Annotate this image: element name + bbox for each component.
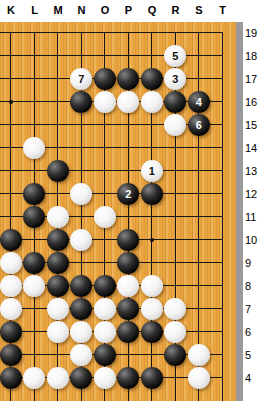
white-stone-R6 bbox=[164, 321, 186, 343]
intersection-T5[interactable] bbox=[211, 343, 235, 366]
intersection-O6[interactable] bbox=[93, 320, 117, 343]
white-stone-Q13: 1 bbox=[141, 160, 163, 182]
intersection-Q9[interactable] bbox=[140, 251, 164, 274]
intersection-O12[interactable] bbox=[93, 182, 117, 205]
black-stone-O5 bbox=[94, 344, 116, 366]
intersection-T9[interactable] bbox=[211, 251, 235, 274]
intersection-N6[interactable] bbox=[70, 320, 94, 343]
intersection-L12[interactable] bbox=[23, 182, 47, 205]
black-stone-M8 bbox=[47, 275, 69, 297]
intersection-O9[interactable] bbox=[93, 251, 117, 274]
intersection-S12[interactable] bbox=[187, 182, 211, 205]
black-stone-S15: 6 bbox=[188, 114, 210, 136]
intersection-M12[interactable] bbox=[46, 182, 70, 205]
intersection-R6[interactable] bbox=[164, 320, 188, 343]
white-stone-O4 bbox=[94, 367, 116, 389]
intersection-S16[interactable]: 4 bbox=[187, 90, 211, 113]
intersection-Q16[interactable] bbox=[140, 90, 164, 113]
intersection-L13[interactable] bbox=[23, 159, 47, 182]
intersection-P8[interactable] bbox=[117, 274, 141, 297]
intersection-T7[interactable] bbox=[211, 297, 235, 320]
intersection-T12[interactable] bbox=[211, 182, 235, 205]
column-label-P: P bbox=[121, 2, 137, 18]
intersection-L19[interactable] bbox=[23, 21, 47, 44]
black-stone-P6 bbox=[117, 321, 139, 343]
white-stone-M11 bbox=[47, 206, 69, 228]
intersection-O11[interactable] bbox=[93, 205, 117, 228]
intersection-P16[interactable] bbox=[117, 90, 141, 113]
black-stone-R16 bbox=[164, 91, 186, 113]
intersection-M19[interactable] bbox=[46, 21, 70, 44]
intersection-S4[interactable] bbox=[187, 366, 211, 389]
white-stone-K7 bbox=[0, 298, 22, 320]
intersection-O17[interactable] bbox=[93, 67, 117, 90]
intersection-Q18[interactable] bbox=[140, 44, 164, 67]
intersection-N19[interactable] bbox=[70, 21, 94, 44]
intersection-S15[interactable]: 6 bbox=[187, 113, 211, 136]
intersection-M16[interactable] bbox=[46, 90, 70, 113]
black-stone-O8 bbox=[94, 275, 116, 297]
white-stone-R7 bbox=[164, 298, 186, 320]
intersection-P6[interactable] bbox=[117, 320, 141, 343]
intersection-Q13[interactable]: 1 bbox=[140, 159, 164, 182]
intersection-R4[interactable] bbox=[164, 366, 188, 389]
intersection-K15[interactable] bbox=[0, 113, 23, 136]
white-stone-R17: 3 bbox=[164, 68, 186, 90]
intersection-K7[interactable] bbox=[0, 297, 23, 320]
intersection-M4[interactable] bbox=[46, 366, 70, 389]
white-stone-L14 bbox=[23, 137, 45, 159]
intersection-L9[interactable] bbox=[23, 251, 47, 274]
board-edge-shadow bbox=[236, 22, 243, 401]
intersection-K12[interactable] bbox=[0, 182, 23, 205]
intersection-N7[interactable] bbox=[70, 297, 94, 320]
intersection-Q12[interactable] bbox=[140, 182, 164, 205]
intersection-R16[interactable] bbox=[164, 90, 188, 113]
intersection-N18[interactable] bbox=[70, 44, 94, 67]
intersection-Q4[interactable] bbox=[140, 366, 164, 389]
black-stone-P9 bbox=[117, 252, 139, 274]
column-label-M: M bbox=[50, 2, 66, 18]
black-stone-O17 bbox=[94, 68, 116, 90]
intersection-Q17[interactable] bbox=[140, 67, 164, 90]
white-stone-Q7 bbox=[141, 298, 163, 320]
intersection-R18[interactable]: 5 bbox=[164, 44, 188, 67]
white-stone-N12 bbox=[70, 183, 92, 205]
intersection-O14[interactable] bbox=[93, 136, 117, 159]
black-stone-N7 bbox=[70, 298, 92, 320]
intersection-R9[interactable] bbox=[164, 251, 188, 274]
intersection-R14[interactable] bbox=[164, 136, 188, 159]
intersection-N5[interactable] bbox=[70, 343, 94, 366]
intersection-K6[interactable] bbox=[0, 320, 23, 343]
white-stone-K8 bbox=[0, 275, 22, 297]
row-label-8: 8 bbox=[245, 279, 260, 293]
row-label-14: 14 bbox=[245, 141, 260, 155]
intersection-L4[interactable] bbox=[23, 366, 47, 389]
intersection-Q8[interactable] bbox=[140, 274, 164, 297]
black-stone-N8 bbox=[70, 275, 92, 297]
intersection-O13[interactable] bbox=[93, 159, 117, 182]
white-stone-P16 bbox=[117, 91, 139, 113]
black-stone-P7 bbox=[117, 298, 139, 320]
white-stone-N10 bbox=[70, 229, 92, 251]
intersection-Q10[interactable] bbox=[140, 228, 164, 251]
row-label-5: 5 bbox=[245, 348, 260, 362]
black-stone-K5 bbox=[0, 344, 22, 366]
go-diagram: 5734612 KLMNOPQRST 191817161514131211109… bbox=[0, 0, 260, 401]
grid-continuation bbox=[117, 389, 141, 401]
intersection-M9[interactable] bbox=[46, 251, 70, 274]
intersection-N8[interactable] bbox=[70, 274, 94, 297]
intersection-N17[interactable]: 7 bbox=[70, 67, 94, 90]
intersection-S11[interactable] bbox=[187, 205, 211, 228]
intersection-Q15[interactable] bbox=[140, 113, 164, 136]
black-stone-M10 bbox=[47, 229, 69, 251]
grid-continuation bbox=[23, 389, 47, 401]
intersection-T14[interactable] bbox=[211, 136, 235, 159]
intersection-S18[interactable] bbox=[187, 44, 211, 67]
white-stone-Q8 bbox=[141, 275, 163, 297]
intersection-M13[interactable] bbox=[46, 159, 70, 182]
row-label-17: 17 bbox=[245, 72, 260, 86]
intersection-N14[interactable] bbox=[70, 136, 94, 159]
white-stone-S4 bbox=[188, 367, 210, 389]
intersection-R19[interactable] bbox=[164, 21, 188, 44]
black-stone-R5 bbox=[164, 344, 186, 366]
intersection-Q5[interactable] bbox=[140, 343, 164, 366]
intersection-M17[interactable] bbox=[46, 67, 70, 90]
intersection-S14[interactable] bbox=[187, 136, 211, 159]
intersection-L18[interactable] bbox=[23, 44, 47, 67]
intersection-K5[interactable] bbox=[0, 343, 23, 366]
intersection-M8[interactable] bbox=[46, 274, 70, 297]
intersection-S5[interactable] bbox=[187, 343, 211, 366]
intersection-T17[interactable] bbox=[211, 67, 235, 90]
row-label-16: 16 bbox=[245, 95, 260, 109]
intersection-T11[interactable] bbox=[211, 205, 235, 228]
intersection-N10[interactable] bbox=[70, 228, 94, 251]
intersection-R11[interactable] bbox=[164, 205, 188, 228]
intersection-R12[interactable] bbox=[164, 182, 188, 205]
intersection-T16[interactable] bbox=[211, 90, 235, 113]
black-stone-K6 bbox=[0, 321, 22, 343]
row-label-11: 11 bbox=[245, 210, 260, 224]
row-label-12: 12 bbox=[245, 187, 260, 201]
row-label-9: 9 bbox=[245, 256, 260, 270]
intersection-R17[interactable]: 3 bbox=[164, 67, 188, 90]
intersection-P12[interactable]: 2 bbox=[117, 182, 141, 205]
white-stone-R15 bbox=[164, 114, 186, 136]
intersection-T4[interactable] bbox=[211, 366, 235, 389]
black-stone-P17 bbox=[117, 68, 139, 90]
intersection-O5[interactable] bbox=[93, 343, 117, 366]
white-stone-Q16 bbox=[141, 91, 163, 113]
intersection-P18[interactable] bbox=[117, 44, 141, 67]
intersection-L15[interactable] bbox=[23, 113, 47, 136]
intersection-K14[interactable] bbox=[0, 136, 23, 159]
intersection-P11[interactable] bbox=[117, 205, 141, 228]
intersection-O10[interactable] bbox=[93, 228, 117, 251]
go-board[interactable]: 5734612 bbox=[0, 21, 234, 401]
intersection-K10[interactable] bbox=[0, 228, 23, 251]
intersection-N11[interactable] bbox=[70, 205, 94, 228]
black-stone-Q12 bbox=[141, 183, 163, 205]
white-stone-M4 bbox=[47, 367, 69, 389]
intersection-L5[interactable] bbox=[23, 343, 47, 366]
black-stone-N16 bbox=[70, 91, 92, 113]
intersection-Q11[interactable] bbox=[140, 205, 164, 228]
intersection-S19[interactable] bbox=[187, 21, 211, 44]
black-stone-P10 bbox=[117, 229, 139, 251]
star-point-K16 bbox=[9, 100, 13, 104]
intersection-S9[interactable] bbox=[187, 251, 211, 274]
intersection-L16[interactable] bbox=[23, 90, 47, 113]
intersection-M6[interactable] bbox=[46, 320, 70, 343]
column-label-N: N bbox=[74, 2, 90, 18]
intersection-P9[interactable] bbox=[117, 251, 141, 274]
black-stone-P4 bbox=[117, 367, 139, 389]
intersection-T13[interactable] bbox=[211, 159, 235, 182]
intersection-T8[interactable] bbox=[211, 274, 235, 297]
grid-continuation bbox=[187, 389, 211, 401]
intersection-T18[interactable] bbox=[211, 44, 235, 67]
intersection-O16[interactable] bbox=[93, 90, 117, 113]
grid-continuation bbox=[140, 389, 164, 401]
grid-continuation bbox=[93, 389, 117, 401]
intersection-T15[interactable] bbox=[211, 113, 235, 136]
black-stone-Q4 bbox=[141, 367, 163, 389]
intersection-N9[interactable] bbox=[70, 251, 94, 274]
intersection-L6[interactable] bbox=[23, 320, 47, 343]
intersection-Q6[interactable] bbox=[140, 320, 164, 343]
row-label-13: 13 bbox=[245, 164, 260, 178]
grid-continuation bbox=[164, 389, 188, 401]
white-stone-K9 bbox=[0, 252, 22, 274]
intersection-M15[interactable] bbox=[46, 113, 70, 136]
intersection-S6[interactable] bbox=[187, 320, 211, 343]
intersection-T19[interactable] bbox=[211, 21, 235, 44]
intersection-R13[interactable] bbox=[164, 159, 188, 182]
black-stone-L11 bbox=[23, 206, 45, 228]
black-stone-L9 bbox=[23, 252, 45, 274]
intersection-M18[interactable] bbox=[46, 44, 70, 67]
intersection-O18[interactable] bbox=[93, 44, 117, 67]
column-label-T: T bbox=[215, 2, 231, 18]
black-stone-K10 bbox=[0, 229, 22, 251]
grid-continuation bbox=[46, 389, 70, 401]
black-stone-Q6 bbox=[141, 321, 163, 343]
intersection-K19[interactable] bbox=[0, 21, 23, 44]
intersection-T10[interactable] bbox=[211, 228, 235, 251]
intersection-S10[interactable] bbox=[187, 228, 211, 251]
intersection-R10[interactable] bbox=[164, 228, 188, 251]
intersection-Q19[interactable] bbox=[140, 21, 164, 44]
intersection-P10[interactable] bbox=[117, 228, 141, 251]
intersection-P17[interactable] bbox=[117, 67, 141, 90]
white-stone-N5 bbox=[70, 344, 92, 366]
white-stone-M7 bbox=[47, 298, 69, 320]
white-stone-P8 bbox=[117, 275, 139, 297]
intersection-S7[interactable] bbox=[187, 297, 211, 320]
white-stone-L8 bbox=[23, 275, 45, 297]
intersection-P14[interactable] bbox=[117, 136, 141, 159]
intersection-L8[interactable] bbox=[23, 274, 47, 297]
white-stone-S5 bbox=[188, 344, 210, 366]
white-stone-N6 bbox=[70, 321, 92, 343]
row-label-15: 15 bbox=[245, 118, 260, 132]
intersection-P7[interactable] bbox=[117, 297, 141, 320]
intersection-O8[interactable] bbox=[93, 274, 117, 297]
intersection-K11[interactable] bbox=[0, 205, 23, 228]
intersection-L10[interactable] bbox=[23, 228, 47, 251]
intersection-K8[interactable] bbox=[0, 274, 23, 297]
intersection-R5[interactable] bbox=[164, 343, 188, 366]
intersection-P15[interactable] bbox=[117, 113, 141, 136]
white-stone-O7 bbox=[94, 298, 116, 320]
intersection-N13[interactable] bbox=[70, 159, 94, 182]
column-label-Q: Q bbox=[144, 2, 160, 18]
intersection-N15[interactable] bbox=[70, 113, 94, 136]
intersection-R7[interactable] bbox=[164, 297, 188, 320]
intersection-M10[interactable] bbox=[46, 228, 70, 251]
white-stone-R18: 5 bbox=[164, 45, 186, 67]
grid-continuation bbox=[211, 389, 235, 401]
intersection-K18[interactable] bbox=[0, 44, 23, 67]
intersection-M7[interactable] bbox=[46, 297, 70, 320]
black-stone-S16: 4 bbox=[188, 91, 210, 113]
intersection-O15[interactable] bbox=[93, 113, 117, 136]
black-stone-M13 bbox=[47, 160, 69, 182]
column-labels: KLMNOPQRST bbox=[0, 0, 260, 22]
white-stone-O16 bbox=[94, 91, 116, 113]
intersection-Q14[interactable] bbox=[140, 136, 164, 159]
intersection-M14[interactable] bbox=[46, 136, 70, 159]
intersection-O4[interactable] bbox=[93, 366, 117, 389]
star-point-Q10 bbox=[150, 238, 154, 242]
intersection-O7[interactable] bbox=[93, 297, 117, 320]
black-stone-K4 bbox=[0, 367, 22, 389]
intersection-K4[interactable] bbox=[0, 366, 23, 389]
row-label-10: 10 bbox=[245, 233, 260, 247]
intersection-Q7[interactable] bbox=[140, 297, 164, 320]
intersection-P4[interactable] bbox=[117, 366, 141, 389]
intersection-M5[interactable] bbox=[46, 343, 70, 366]
row-label-4: 4 bbox=[245, 371, 260, 385]
white-stone-M6 bbox=[47, 321, 69, 343]
black-stone-N4 bbox=[70, 367, 92, 389]
intersection-P5[interactable] bbox=[117, 343, 141, 366]
white-stone-L4 bbox=[23, 367, 45, 389]
white-stone-O6 bbox=[94, 321, 116, 343]
row-label-6: 6 bbox=[245, 325, 260, 339]
intersection-R15[interactable] bbox=[164, 113, 188, 136]
white-stone-O11 bbox=[94, 206, 116, 228]
intersection-N4[interactable] bbox=[70, 366, 94, 389]
intersection-K16[interactable] bbox=[0, 90, 23, 113]
intersection-S17[interactable] bbox=[187, 67, 211, 90]
row-labels: 19181716151413121110987654 bbox=[243, 22, 260, 401]
intersection-L14[interactable] bbox=[23, 136, 47, 159]
row-label-19: 19 bbox=[245, 26, 260, 40]
intersection-R8[interactable] bbox=[164, 274, 188, 297]
white-stone-N17: 7 bbox=[70, 68, 92, 90]
column-label-O: O bbox=[97, 2, 113, 18]
column-label-K: K bbox=[3, 2, 19, 18]
grid-continuation bbox=[0, 389, 23, 401]
black-stone-P12: 2 bbox=[117, 183, 139, 205]
black-stone-M9 bbox=[47, 252, 69, 274]
intersection-N12[interactable] bbox=[70, 182, 94, 205]
column-label-R: R bbox=[168, 2, 184, 18]
intersection-M11[interactable] bbox=[46, 205, 70, 228]
intersection-T6[interactable] bbox=[211, 320, 235, 343]
intersection-L7[interactable] bbox=[23, 297, 47, 320]
intersection-K17[interactable] bbox=[0, 67, 23, 90]
black-stone-L12 bbox=[23, 183, 45, 205]
grid-continuation bbox=[70, 389, 94, 401]
column-label-S: S bbox=[191, 2, 207, 18]
intersection-L17[interactable] bbox=[23, 67, 47, 90]
intersection-P13[interactable] bbox=[117, 159, 141, 182]
row-label-7: 7 bbox=[245, 302, 260, 316]
row-label-18: 18 bbox=[245, 49, 260, 63]
intersection-S8[interactable] bbox=[187, 274, 211, 297]
black-stone-Q17 bbox=[141, 68, 163, 90]
intersection-K9[interactable] bbox=[0, 251, 23, 274]
intersection-P19[interactable] bbox=[117, 21, 141, 44]
intersection-L11[interactable] bbox=[23, 205, 47, 228]
column-label-L: L bbox=[27, 2, 43, 18]
intersection-N16[interactable] bbox=[70, 90, 94, 113]
intersection-O19[interactable] bbox=[93, 21, 117, 44]
intersection-S13[interactable] bbox=[187, 159, 211, 182]
intersection-K13[interactable] bbox=[0, 159, 23, 182]
